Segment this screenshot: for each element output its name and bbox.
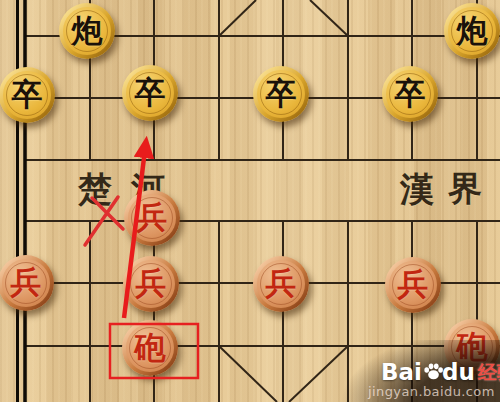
baidu-jingyan-label: 经验 bbox=[478, 362, 500, 382]
highlight-box bbox=[110, 324, 198, 378]
baidu-paw-icon bbox=[423, 362, 444, 381]
xiangqi-board: 楚河漢界 炮炮卒卒卒卒兵兵兵兵兵砲砲 Bai du 经验 jingy bbox=[0, 0, 500, 402]
baidu-logo-bai: Bai bbox=[381, 361, 422, 383]
watermark-url: jingyan.baidu.com bbox=[368, 385, 500, 398]
baidu-watermark: Bai du 经验 jingyan.baidu.com bbox=[381, 359, 500, 398]
baidu-logo-du: du bbox=[442, 361, 475, 383]
move-arrow bbox=[124, 150, 145, 318]
baidu-logo-row: Bai du 经验 bbox=[381, 359, 500, 383]
